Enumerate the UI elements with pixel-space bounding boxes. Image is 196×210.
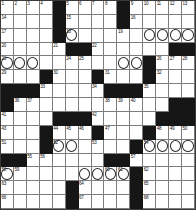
grid-cell[interactable]: 24 [66,56,79,70]
grid-cell[interactable] [182,181,195,195]
grid-cell[interactable]: 29 [1,70,14,84]
grid-cell[interactable] [14,195,27,209]
circled-cell[interactable] [156,29,169,43]
grid-cell[interactable] [156,98,169,112]
clue-number: 54 [144,140,149,145]
clue-number: 9 [131,1,133,6]
grid-cell[interactable]: 35 [143,84,156,98]
clue-number: 61 [118,167,123,172]
grid-cell[interactable]: 32 [156,70,169,84]
black-square [79,112,92,126]
black-square [1,154,14,168]
black-square [53,1,66,15]
grid-cell[interactable] [143,43,156,57]
black-square [156,112,169,126]
clue-number: 60 [105,167,110,172]
clue-number: 33 [40,84,45,89]
circled-cell[interactable] [182,29,195,43]
black-square [66,112,79,126]
grid-cell[interactable] [104,15,117,29]
grid-cell[interactable] [14,181,27,195]
circled-cell[interactable] [169,140,182,154]
clue-number: 19 [118,29,123,34]
grid-cell[interactable] [117,112,130,126]
black-square [143,126,156,140]
grid-cell[interactable]: 65 [143,181,156,195]
grid-cell[interactable]: 4 [40,1,53,15]
clue-number: 7 [92,1,94,6]
grid-cell[interactable]: 10 [143,1,156,15]
grid-cell[interactable] [79,98,92,112]
grid-cell[interactable] [104,56,117,70]
circled-cell[interactable] [182,140,195,154]
grid-cell[interactable] [14,126,27,140]
black-square [104,154,117,168]
grid-cell[interactable]: 5 [66,1,79,15]
clue-number: 49 [170,126,175,131]
grid-cell[interactable] [169,15,182,29]
grid-cell[interactable] [27,140,40,154]
grid-cell[interactable] [92,29,105,43]
grid-cell[interactable] [117,181,130,195]
grid-cell[interactable] [66,167,79,181]
grid-cell[interactable] [182,15,195,29]
grid-cell[interactable] [104,181,117,195]
grid-cell[interactable] [40,98,53,112]
grid-cell[interactable] [104,43,117,57]
clue-number: 6 [79,1,81,6]
clue-number: 58 [2,167,7,172]
grid-cell[interactable] [169,84,182,98]
grid-cell[interactable] [92,98,105,112]
grid-cell[interactable] [27,167,40,181]
circled-cell[interactable]: 23 [1,56,14,70]
circled-cell[interactable] [27,56,40,70]
grid-cell[interactable] [104,140,117,154]
circled-cell[interactable]: 52 [53,140,66,154]
grid-cell[interactable] [156,167,169,181]
grid-cell[interactable]: 9 [130,1,143,15]
grid-cell[interactable] [130,70,143,84]
grid-cell[interactable] [66,70,79,84]
black-square [117,15,130,29]
grid-cell[interactable] [14,15,27,29]
circled-cell[interactable] [14,56,27,70]
grid-cell[interactable]: 26 [156,56,169,70]
black-square [66,181,79,195]
grid-cell[interactable] [53,181,66,195]
grid-cell[interactable] [117,140,130,154]
grid-cell[interactable] [66,154,79,168]
grid-cell[interactable]: 40 [130,98,143,112]
clue-number: 47 [105,126,110,131]
black-square [14,154,27,168]
grid-cell[interactable] [53,167,66,181]
grid-cell[interactable]: 50 [182,126,195,140]
clue-number: 66 [2,195,7,200]
clue-number: 37 [27,98,32,103]
grid-cell[interactable] [169,167,182,181]
black-square [169,98,182,112]
grid-cell[interactable] [27,112,40,126]
grid-cell[interactable] [156,43,169,57]
grid-cell[interactable]: 31 [104,70,117,84]
black-square [53,15,66,29]
clue-number: 5 [66,1,68,6]
black-square [117,154,130,168]
grid-cell[interactable]: 12 [169,1,182,15]
clue-number: 24 [66,56,71,61]
clue-number: 18 [66,29,71,34]
grid-cell[interactable]: 49 [169,126,182,140]
grid-cell[interactable] [182,195,195,209]
grid-cell[interactable]: 7 [92,1,105,15]
clue-number: 26 [157,56,162,61]
grid-cell[interactable]: 3 [27,1,40,15]
grid-cell[interactable]: 21 [53,43,66,57]
clue-number: 17 [2,29,7,34]
grid-cell[interactable] [40,29,53,43]
clue-number: 11 [157,1,161,6]
grid-cell[interactable] [130,112,143,126]
circled-cell[interactable] [66,140,79,154]
clue-number: 67 [79,195,84,200]
grid-cell[interactable] [53,195,66,209]
black-square [92,126,105,140]
grid-cell[interactable] [130,29,143,43]
grid-cell[interactable] [53,154,66,168]
grid-cell[interactable] [79,29,92,43]
clue-number: 45 [66,126,71,131]
grid-cell[interactable] [117,195,130,209]
clue-number: 39 [118,98,123,103]
clue-number: 10 [144,1,149,6]
grid-cell[interactable]: 46 [79,126,92,140]
circled-cell[interactable] [117,56,130,70]
clue-number: 56 [40,154,45,159]
grid-cell[interactable] [27,29,40,43]
clue-number: 22 [92,43,97,48]
grid-cell[interactable] [169,70,182,84]
black-square [66,43,79,57]
grid-cell[interactable] [182,84,195,98]
grid-cell[interactable] [27,195,40,209]
grid-cell[interactable] [156,84,169,98]
clue-number: 23 [2,56,7,61]
grid-cell[interactable]: 44 [53,126,66,140]
black-square [92,70,105,84]
clue-number: 4 [40,1,42,6]
grid-cell[interactable] [156,181,169,195]
grid-cell[interactable] [66,84,79,98]
grid-cell[interactable]: 64 [79,181,92,195]
grid-cell[interactable]: 68 [143,195,156,209]
clue-number: 52 [53,140,58,145]
grid-cell[interactable] [143,15,156,29]
grid-cell[interactable] [27,43,40,57]
grid-cell[interactable] [104,29,117,43]
grid-cell[interactable]: 22 [92,43,105,57]
clue-number: 64 [79,181,84,186]
circled-cell[interactable]: 58 [1,167,14,181]
grid-cell[interactable] [40,181,53,195]
grid-cell[interactable]: 15 [66,15,79,29]
grid-cell[interactable]: 1 [1,1,14,15]
grid-cell[interactable]: 57 [130,154,143,168]
grid-cell[interactable] [182,167,195,181]
clue-number: 40 [131,98,136,103]
clue-number: 15 [66,15,71,20]
grid-cell[interactable]: 28 [182,56,195,70]
grid-cell[interactable] [92,181,105,195]
clue-number: 63 [2,181,7,186]
clue-number: 25 [79,56,84,61]
clue-number: 27 [170,56,175,61]
grid-cell[interactable] [79,15,92,29]
black-square [1,98,14,112]
grid-cell[interactable] [169,195,182,209]
grid-cell[interactable] [66,98,79,112]
grid-cell[interactable]: 20 [1,43,14,57]
grid-cell[interactable] [53,98,66,112]
grid-cell[interactable] [156,195,169,209]
circled-cell[interactable] [79,167,92,181]
black-square [117,1,130,15]
grid-cell[interactable] [130,43,143,57]
clue-number: 46 [79,126,84,131]
grid-cell[interactable]: 6 [79,1,92,15]
clue-number: 12 [170,1,175,6]
grid-cell[interactable]: 14 [1,15,14,29]
black-square [169,112,182,126]
grid-cell[interactable] [156,154,169,168]
grid-cell[interactable] [92,195,105,209]
clue-number: 62 [144,167,149,172]
black-square [182,112,195,126]
grid-cell[interactable] [143,112,156,126]
black-square [53,112,66,126]
grid-cell[interactable] [169,154,182,168]
clue-number: 36 [14,98,19,103]
grid-cell[interactable] [92,154,105,168]
grid-cell[interactable] [53,84,66,98]
grid-cell[interactable] [104,112,117,126]
grid-cell[interactable]: 16 [130,15,143,29]
clue-number: 13 [183,1,188,6]
grid-cell[interactable] [79,70,92,84]
grid-cell[interactable]: 47 [104,126,117,140]
grid-cell[interactable]: 36 [14,98,27,112]
clue-number: 59 [14,167,19,172]
black-square [182,98,195,112]
grid-cell[interactable]: 45 [66,126,79,140]
black-square [79,43,92,57]
grid-cell[interactable]: 55 [27,154,40,168]
clue-number: 1 [2,1,4,6]
grid-cell[interactable] [14,29,27,43]
clue-number: 38 [105,98,110,103]
grid-cell[interactable]: 59 [14,167,27,181]
clue-number: 41 [2,112,7,117]
grid-cell[interactable] [14,43,27,57]
grid-cell[interactable]: 25 [79,56,92,70]
clue-number: 14 [2,15,7,20]
grid-cell[interactable] [14,70,27,84]
circled-cell[interactable]: 60 [104,167,117,181]
grid-cell[interactable]: 39 [117,98,130,112]
circled-cell[interactable] [92,167,105,181]
grid-cell[interactable] [14,140,27,154]
clue-number: 29 [2,70,7,75]
grid-cell[interactable] [143,98,156,112]
grid-cell[interactable] [79,84,92,98]
clue-number: 55 [27,154,32,159]
clue-number: 53 [92,140,97,145]
clue-number: 44 [53,126,58,131]
grid-cell[interactable]: 48 [156,126,169,140]
circled-cell[interactable]: 18 [66,29,79,43]
clue-number: 65 [144,181,149,186]
grid-cell[interactable] [117,43,130,57]
grid-cell[interactable]: 67 [79,195,92,209]
grid-cell[interactable]: 38 [104,98,117,112]
black-square [130,140,143,154]
grid-cell[interactable] [156,15,169,29]
clue-number: 48 [157,126,162,131]
black-square [130,167,143,181]
black-square [1,84,14,98]
grid-cell[interactable]: 34 [92,84,105,98]
grid-cell[interactable]: 11 [156,1,169,15]
black-square [53,29,66,43]
black-square [130,84,143,98]
black-square [66,195,79,209]
clue-number: 35 [144,84,149,89]
grid-cell[interactable]: 30 [53,70,66,84]
grid-cell[interactable] [117,126,130,140]
clue-number: 16 [131,15,136,20]
clue-number: 51 [2,140,7,145]
black-square [14,84,27,98]
clue-number: 30 [53,70,58,75]
grid-cell[interactable]: 62 [143,167,156,181]
grid-cell[interactable] [40,167,53,181]
clue-number: 20 [2,43,7,48]
grid-cell[interactable] [27,15,40,29]
clue-number: 2 [14,1,16,6]
grid-cell[interactable] [40,43,53,57]
black-square [40,140,53,154]
circled-cell[interactable] [143,29,156,43]
clue-number: 57 [131,154,136,159]
grid-cell[interactable] [130,126,143,140]
clue-number: 42 [92,112,97,117]
grid-cell[interactable]: 2 [14,1,27,15]
circled-cell[interactable]: 54 [143,140,156,154]
clue-number: 68 [144,195,149,200]
grid-cell[interactable] [169,181,182,195]
grid-cell[interactable] [14,112,27,126]
grid-cell[interactable]: 42 [92,112,105,126]
grid-cell[interactable]: 19 [117,29,130,43]
grid-cell[interactable] [104,195,117,209]
circled-cell[interactable] [169,29,182,43]
black-square [27,84,40,98]
black-square [130,181,143,195]
grid-cell[interactable] [182,70,195,84]
clue-number: 8 [105,1,107,6]
grid-cell[interactable]: 66 [1,195,14,209]
grid-cell[interactable] [92,56,105,70]
grid-cell[interactable]: 43 [1,126,14,140]
grid-cell[interactable] [79,154,92,168]
grid-cell[interactable]: 13 [182,1,195,15]
clue-number: 3 [27,1,29,6]
grid-cell[interactable] [40,195,53,209]
grid-cell[interactable]: 27 [169,56,182,70]
black-square [143,56,156,70]
circled-cell[interactable]: 61 [117,167,130,181]
grid-cell[interactable]: 41 [1,112,14,126]
clue-number: 31 [105,70,110,75]
grid-cell[interactable] [40,15,53,29]
black-square [169,43,182,57]
clue-number: 43 [2,126,7,131]
grid-cell[interactable]: 56 [40,154,53,168]
grid-cell[interactable]: 17 [1,29,14,43]
grid-cell[interactable]: 37 [27,98,40,112]
black-square [182,43,195,57]
grid-cell[interactable] [40,56,53,70]
grid-cell[interactable] [53,56,66,70]
grid-cell[interactable]: 8 [104,1,117,15]
grid-cell[interactable] [27,181,40,195]
clue-number: 32 [157,70,162,75]
grid-cell[interactable]: 63 [1,181,14,195]
black-square [130,195,143,209]
grid-cell[interactable] [40,112,53,126]
grid-cell[interactable] [27,126,40,140]
crossword-grid: 1234567891011121314151617181920212223242… [0,0,196,210]
grid-cell[interactable] [79,140,92,154]
clue-number: 50 [183,126,188,131]
grid-cell[interactable] [92,15,105,29]
grid-cell[interactable]: 53 [92,140,105,154]
black-square [40,70,53,84]
black-square [143,70,156,84]
grid-cell[interactable] [143,154,156,168]
clue-number: 34 [92,84,97,89]
grid-cell[interactable]: 33 [40,84,53,98]
black-square [104,84,117,98]
circled-cell[interactable] [156,140,169,154]
circled-cell[interactable] [130,56,143,70]
clue-number: 28 [183,56,188,61]
grid-cell[interactable] [117,70,130,84]
grid-cell[interactable]: 51 [1,140,14,154]
black-square [40,126,53,140]
clue-number: 21 [53,43,58,48]
grid-cell[interactable] [27,70,40,84]
black-square [117,84,130,98]
grid-cell[interactable] [182,154,195,168]
